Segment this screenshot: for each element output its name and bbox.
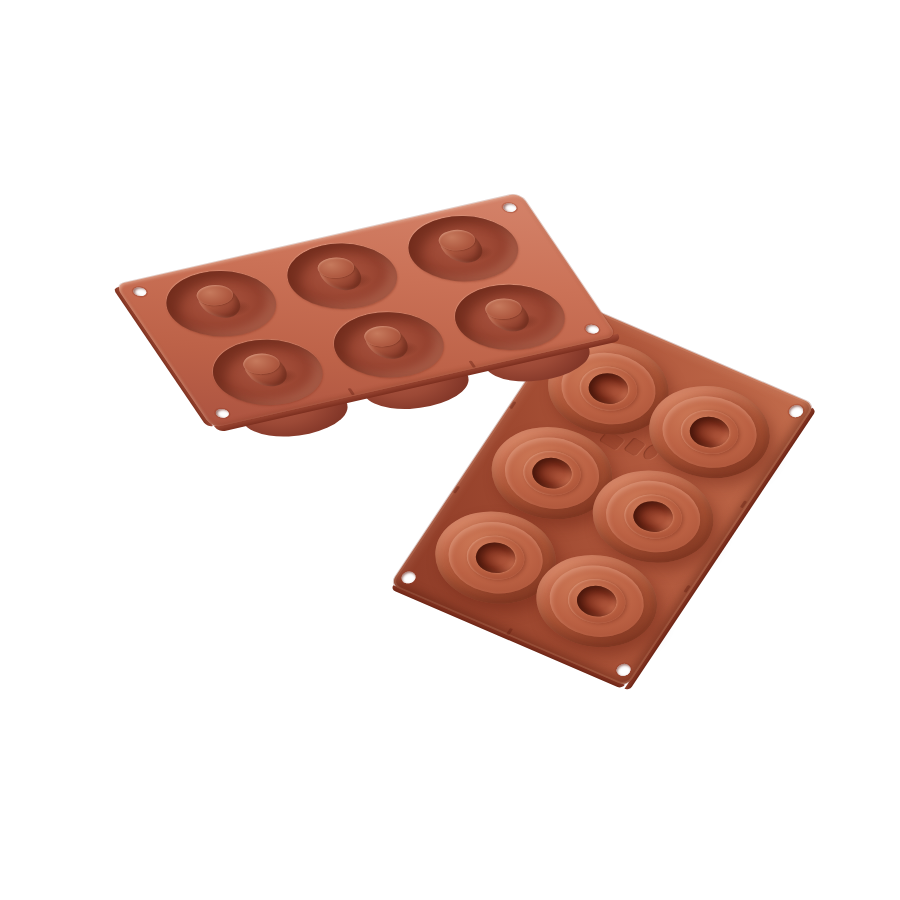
edge-notch [506, 628, 513, 635]
product-photo-stage [0, 0, 900, 900]
edge-notch [684, 585, 691, 593]
donut-cavity-3 [392, 207, 535, 291]
hang-hole [787, 403, 806, 419]
hang-hole [584, 324, 601, 335]
hang-hole [131, 286, 148, 297]
hang-hole [399, 569, 418, 585]
donut-cavity-6 [438, 275, 581, 359]
edge-notch [469, 360, 476, 367]
hang-hole [214, 408, 231, 419]
edge-notch [740, 500, 747, 508]
donut-cavity-5 [317, 303, 460, 387]
hang-hole [501, 202, 518, 213]
donut-cavity-4 [196, 330, 339, 414]
edge-notch [453, 486, 460, 494]
edge-notch [348, 388, 355, 395]
donut-cavity-2 [271, 234, 414, 318]
hang-hole [614, 662, 633, 678]
donut-cavity-1 [150, 262, 293, 346]
edge-notch [509, 401, 516, 409]
